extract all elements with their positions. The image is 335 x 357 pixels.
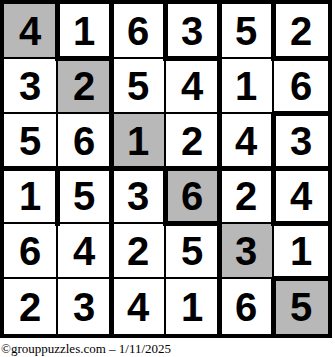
cell-r5c3: 2 — [112, 224, 166, 279]
thick-hline-h4-c4 — [164, 221, 222, 226]
cell-r3c3: 1 — [112, 114, 166, 169]
cell-r4c3: 3 — [112, 169, 166, 224]
cell-r4c2: 5 — [58, 169, 112, 224]
thick-vline-b4-r2 — [217, 57, 222, 116]
cell-r1c5: 5 — [220, 4, 274, 59]
thick-vline-b2-r4 — [109, 167, 114, 226]
thick-vline-b4-r4 — [217, 167, 222, 226]
cell-r3c2: 6 — [58, 114, 112, 169]
thick-vline-b3-r4 — [163, 167, 168, 226]
cell-r6c4: 1 — [166, 279, 220, 334]
cell-r1c6: 2 — [274, 4, 328, 59]
thick-vline-b1-r1 — [55, 2, 60, 61]
thick-hline-h3-c1 — [2, 166, 60, 171]
puzzle-screenshot: { "game": "6x6 diagonal sudoku (solved a… — [0, 0, 335, 357]
cell-r2c2: 2 — [58, 59, 112, 114]
cell-r2c1: 3 — [4, 59, 58, 114]
thick-hline-h4-c6 — [272, 221, 330, 226]
thick-hline-h5-c6 — [272, 276, 330, 281]
thick-vline-b2-r1 — [109, 2, 114, 61]
thick-vline-b1-r4 — [55, 167, 60, 226]
cell-r5c4: 5 — [166, 224, 220, 279]
thick-vline-b4-r6 — [217, 277, 222, 336]
cell-r5c1: 6 — [4, 224, 58, 279]
cell-r5c5: 3 — [220, 224, 274, 279]
cell-r2c6: 6 — [274, 59, 328, 114]
cell-r4c1: 1 — [4, 169, 58, 224]
cell-r6c2: 3 — [58, 279, 112, 334]
cell-r1c1: 4 — [4, 4, 58, 59]
cell-r4c5: 2 — [220, 169, 274, 224]
cell-r6c5: 6 — [220, 279, 274, 334]
thick-hline-h3-c4 — [164, 166, 222, 171]
cell-r4c6: 4 — [274, 169, 328, 224]
cell-r6c3: 4 — [112, 279, 166, 334]
cell-r2c4: 4 — [166, 59, 220, 114]
cell-r3c1: 5 — [4, 114, 58, 169]
thick-hline-h2-c6 — [272, 111, 330, 116]
cell-r6c1: 2 — [4, 279, 58, 334]
cell-r4c4: 6 — [166, 169, 220, 224]
thick-hline-h1-c6 — [272, 56, 330, 61]
cell-r3c4: 2 — [166, 114, 220, 169]
thick-vline-b3-r1 — [163, 2, 168, 61]
cell-r2c3: 5 — [112, 59, 166, 114]
thick-hline-h1-c2 — [56, 56, 114, 61]
thick-hline-h3-c6 — [272, 166, 330, 171]
thick-vline-b2-r6 — [109, 277, 114, 336]
cell-r1c4: 3 — [166, 4, 220, 59]
puzzle-grid: 416352325416561243153624642531234165 — [0, 0, 332, 338]
cell-r6c6: 5 — [274, 279, 328, 334]
thick-vline-b5-r4 — [271, 167, 276, 226]
cell-r5c2: 4 — [58, 224, 112, 279]
thick-vline-b5-r3 — [271, 112, 276, 171]
thick-vline-b4-r1 — [217, 2, 222, 61]
thick-vline-b5-r6 — [271, 277, 276, 336]
thick-hline-h3-c2 — [56, 166, 114, 171]
thick-vline-b2-r5 — [109, 222, 114, 281]
cell-r2c5: 1 — [220, 59, 274, 114]
thick-hline-h1-c4 — [164, 56, 222, 61]
copyright-caption: ©grouppuzzles.com – 1/11/2025 — [1, 341, 171, 357]
cell-r3c6: 3 — [274, 114, 328, 169]
cell-r3c5: 4 — [220, 114, 274, 169]
thick-vline-b2-r3 — [109, 112, 114, 171]
thick-vline-b4-r3 — [217, 112, 222, 171]
thick-hline-h3-c5 — [218, 166, 276, 171]
thick-vline-b2-r2 — [109, 57, 114, 116]
thick-vline-b4-r5 — [217, 222, 222, 281]
cell-r5c6: 1 — [274, 224, 328, 279]
thick-vline-b5-r1 — [271, 2, 276, 61]
cell-r1c3: 6 — [112, 4, 166, 59]
cell-r1c2: 1 — [58, 4, 112, 59]
thick-hline-h3-c3 — [110, 166, 168, 171]
